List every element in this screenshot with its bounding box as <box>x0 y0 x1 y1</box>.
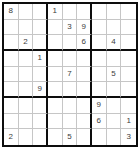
sudoku-cell-empty[interactable] <box>33 20 48 36</box>
sudoku-cell-given: 4 <box>107 35 122 51</box>
sudoku-cell-empty[interactable] <box>63 35 78 51</box>
sudoku-cell-empty[interactable] <box>33 4 48 20</box>
sudoku-cell-empty[interactable] <box>63 4 78 20</box>
sudoku-cell-empty[interactable] <box>33 35 48 51</box>
sudoku-cell-empty[interactable] <box>4 20 19 36</box>
sudoku-cell-empty[interactable] <box>33 67 48 83</box>
sudoku-cell-empty[interactable] <box>92 67 107 83</box>
sudoku-cell-given: 2 <box>4 129 19 145</box>
sudoku-cell-empty[interactable] <box>121 98 136 114</box>
sudoku-cell-empty[interactable] <box>92 20 107 36</box>
sudoku-cell-given: 3 <box>63 20 78 36</box>
sudoku-cell-given: 3 <box>121 129 136 145</box>
sudoku-cell-empty[interactable] <box>19 4 34 20</box>
sudoku-cell-empty[interactable] <box>92 82 107 98</box>
sudoku-cell-empty[interactable] <box>77 67 92 83</box>
sudoku-cell-empty[interactable] <box>48 114 63 130</box>
sudoku-cell-empty[interactable] <box>33 129 48 145</box>
sudoku-cell-empty[interactable] <box>77 114 92 130</box>
sudoku-cell-empty[interactable] <box>121 20 136 36</box>
sudoku-cell-empty[interactable] <box>4 51 19 67</box>
sudoku-cell-empty[interactable] <box>4 67 19 83</box>
sudoku-cell-empty[interactable] <box>19 114 34 130</box>
sudoku-cell-empty[interactable] <box>33 114 48 130</box>
sudoku-cell-empty[interactable] <box>92 51 107 67</box>
sudoku-cell-empty[interactable] <box>107 20 122 36</box>
sudoku-cell-empty[interactable] <box>107 129 122 145</box>
sudoku-cell-empty[interactable] <box>107 4 122 20</box>
sudoku-cell-empty[interactable] <box>4 114 19 130</box>
sudoku-cell-empty[interactable] <box>48 20 63 36</box>
sudoku-cell-empty[interactable] <box>92 35 107 51</box>
sudoku-cell-empty[interactable] <box>48 129 63 145</box>
sudoku-cell-empty[interactable] <box>121 35 136 51</box>
sudoku-cell-empty[interactable] <box>77 129 92 145</box>
sudoku-cell-empty[interactable] <box>19 82 34 98</box>
sudoku-cell-empty[interactable] <box>63 114 78 130</box>
sudoku-cell-given: 9 <box>77 20 92 36</box>
sudoku-cell-given: 5 <box>63 129 78 145</box>
sudoku-cell-given: 1 <box>121 114 136 130</box>
sudoku-cell-empty[interactable] <box>63 51 78 67</box>
sudoku-cell-empty[interactable] <box>77 98 92 114</box>
sudoku-cell-empty[interactable] <box>19 129 34 145</box>
sudoku-cell-empty[interactable] <box>107 98 122 114</box>
sudoku-cell-empty[interactable] <box>48 35 63 51</box>
sudoku-cell-empty[interactable] <box>121 4 136 20</box>
sudoku-cell-empty[interactable] <box>19 51 34 67</box>
sudoku-board: 81392641759961253 <box>2 2 138 147</box>
sudoku-cell-empty[interactable] <box>4 82 19 98</box>
sudoku-cell-empty[interactable] <box>48 82 63 98</box>
sudoku-cell-given: 7 <box>63 67 78 83</box>
sudoku-cell-empty[interactable] <box>121 82 136 98</box>
sudoku-cell-empty[interactable] <box>63 82 78 98</box>
sudoku-cell-empty[interactable] <box>77 82 92 98</box>
sudoku-cell-given: 1 <box>33 51 48 67</box>
sudoku-cell-empty[interactable] <box>121 51 136 67</box>
sudoku-cell-empty[interactable] <box>19 98 34 114</box>
sudoku-cell-empty[interactable] <box>107 51 122 67</box>
sudoku-cell-empty[interactable] <box>63 98 78 114</box>
sudoku-cell-given: 6 <box>92 114 107 130</box>
sudoku-cell-empty[interactable] <box>107 82 122 98</box>
sudoku-cell-empty[interactable] <box>48 67 63 83</box>
sudoku-cell-empty[interactable] <box>92 4 107 20</box>
sudoku-cell-given: 6 <box>77 35 92 51</box>
sudoku-cell-given: 1 <box>48 4 63 20</box>
sudoku-cell-empty[interactable] <box>4 35 19 51</box>
sudoku-cell-given: 5 <box>107 67 122 83</box>
sudoku-cell-empty[interactable] <box>107 114 122 130</box>
sudoku-cell-given: 9 <box>92 98 107 114</box>
sudoku-cell-given: 9 <box>33 82 48 98</box>
sudoku-cell-empty[interactable] <box>77 51 92 67</box>
sudoku-cell-empty[interactable] <box>121 67 136 83</box>
sudoku-cell-empty[interactable] <box>4 98 19 114</box>
sudoku-cell-empty[interactable] <box>19 67 34 83</box>
sudoku-cell-empty[interactable] <box>48 98 63 114</box>
sudoku-cell-given: 8 <box>4 4 19 20</box>
sudoku-cell-empty[interactable] <box>33 98 48 114</box>
sudoku-cell-empty[interactable] <box>48 51 63 67</box>
sudoku-cell-empty[interactable] <box>19 20 34 36</box>
sudoku-cell-empty[interactable] <box>77 4 92 20</box>
sudoku-cell-given: 2 <box>19 35 34 51</box>
sudoku-cell-empty[interactable] <box>92 129 107 145</box>
